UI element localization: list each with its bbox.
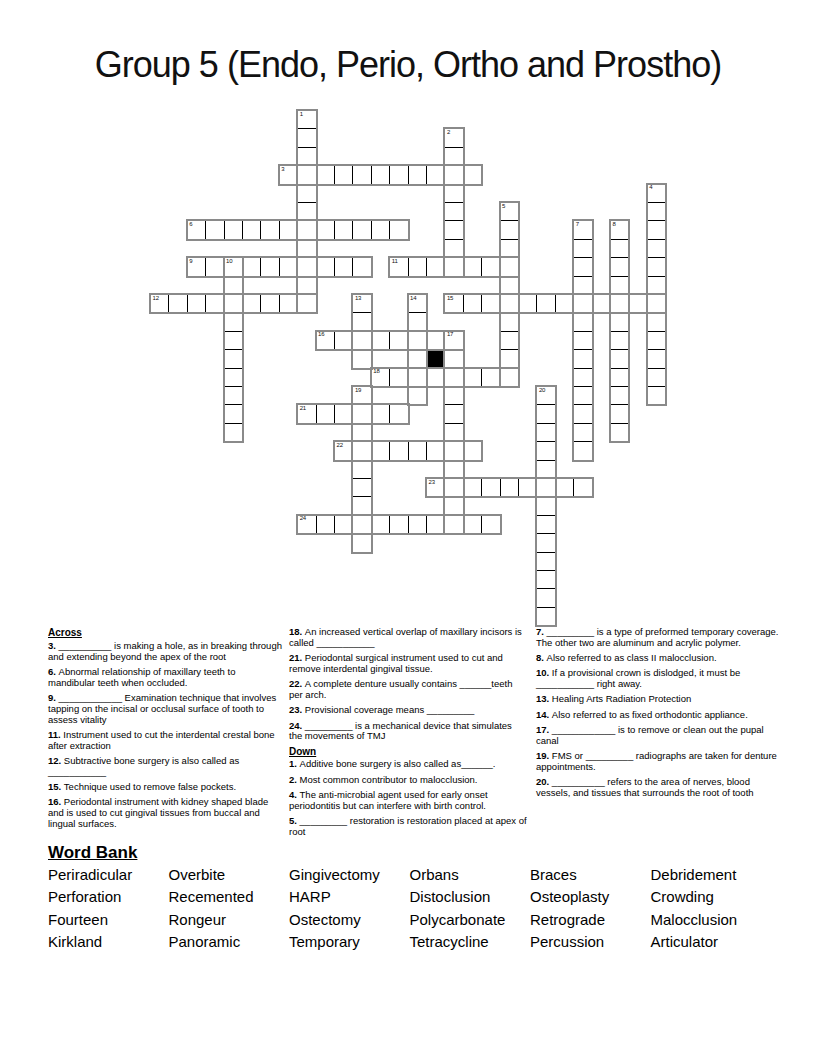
- word-bank-item: Fourteen: [48, 911, 169, 933]
- grid-cell[interactable]: [389, 368, 408, 387]
- grid-cell[interactable]: [573, 423, 592, 442]
- grid-cell[interactable]: [573, 386, 592, 405]
- grid-cell[interactable]: [444, 496, 463, 515]
- grid-cell[interactable]: [408, 312, 427, 331]
- grid-cell[interactable]: [352, 441, 371, 460]
- word-bank-item: HARP: [289, 888, 410, 910]
- grid-cell[interactable]: [426, 257, 445, 276]
- word-bank-item: Gingivectomy: [289, 866, 410, 888]
- clue-number-label: 24: [300, 515, 306, 522]
- grid-cell[interactable]: [316, 515, 335, 534]
- word-bank-item: Perforation: [48, 888, 169, 910]
- grid-cell[interactable]: [352, 533, 371, 552]
- clue-number-label: 15: [447, 295, 453, 302]
- grid-cell[interactable]: [647, 331, 666, 350]
- grid-cell[interactable]: [316, 404, 335, 423]
- blocked-cell: [426, 349, 445, 368]
- grid-cell[interactable]: [242, 257, 261, 276]
- grid-cell[interactable]: [536, 404, 555, 423]
- grid-cell[interactable]: [389, 441, 408, 460]
- grid-cell[interactable]: [573, 441, 592, 460]
- grid-cell[interactable]: [205, 220, 224, 239]
- grid-cell[interactable]: [444, 239, 463, 258]
- grid-cell[interactable]: [610, 276, 629, 295]
- grid-cell[interactable]: [500, 349, 519, 368]
- grid-cell[interactable]: [352, 423, 371, 442]
- grid-cell[interactable]: [573, 257, 592, 276]
- word-bank-item: Ostectomy: [289, 911, 410, 933]
- grid-cell[interactable]: [426, 368, 445, 387]
- word-bank-item: Orbans: [410, 866, 531, 888]
- clue-number-label: 5: [502, 203, 505, 210]
- clue-11: 11. Instrument used to cut the interdent…: [48, 730, 285, 752]
- grid-cell[interactable]: 3: [279, 165, 298, 184]
- clues-column-1: Across3. __________ is making a hole, as…: [48, 627, 285, 834]
- grid-cell[interactable]: [297, 202, 316, 221]
- grid-cell[interactable]: [610, 423, 629, 442]
- grid-cell[interactable]: [389, 165, 408, 184]
- grid-cell[interactable]: 16: [316, 331, 335, 350]
- clue-number-label: 3: [281, 166, 284, 173]
- grid-cell[interactable]: [389, 220, 408, 239]
- grid-cell[interactable]: [647, 386, 666, 405]
- grid-cell[interactable]: [573, 404, 592, 423]
- grid-cell[interactable]: [500, 257, 519, 276]
- grid-cell[interactable]: [352, 349, 371, 368]
- grid-cell[interactable]: [573, 349, 592, 368]
- grid-cell[interactable]: [205, 257, 224, 276]
- word-bank-item: Debridement: [651, 866, 772, 888]
- word-bank-item: Braces: [530, 866, 651, 888]
- grid-cell[interactable]: [352, 331, 371, 350]
- grid-cell[interactable]: [352, 257, 371, 276]
- grid-cell[interactable]: [444, 220, 463, 239]
- word-bank-item: Percussion: [530, 933, 651, 955]
- grid-cell[interactable]: [500, 276, 519, 295]
- word-bank-item: Rongeur: [169, 911, 290, 933]
- clue-13: 13. Healing Arts Radiation Protection: [536, 694, 781, 705]
- grid-cell[interactable]: [352, 312, 371, 331]
- grid-cell[interactable]: [500, 478, 519, 497]
- word-bank-item: Osteoplasty: [530, 888, 651, 910]
- clue-number-label: 14: [410, 295, 416, 302]
- grid-cell[interactable]: [647, 349, 666, 368]
- grid-cell[interactable]: 24: [297, 515, 316, 534]
- clue-15: 15. Technique used to remove false pocke…: [48, 782, 285, 793]
- clues-column-2: 18. An increased vertical overlap of max…: [289, 627, 527, 842]
- clue-number-label: 11: [392, 258, 398, 265]
- grid-cell[interactable]: [297, 147, 316, 166]
- clue-4: 4. The anti-microbial agent used for ear…: [289, 790, 527, 812]
- grid-cell[interactable]: [481, 257, 500, 276]
- grid-cell[interactable]: 13: [352, 294, 371, 313]
- grid-cell[interactable]: [297, 276, 316, 295]
- grid-cell[interactable]: [371, 441, 390, 460]
- grid-cell[interactable]: [463, 165, 482, 184]
- clue-number-label: 18: [373, 368, 379, 375]
- grid-cell[interactable]: [573, 239, 592, 258]
- grid-cell[interactable]: [224, 423, 243, 442]
- grid-cell[interactable]: [408, 368, 427, 387]
- grid-cell[interactable]: [352, 460, 371, 479]
- grid-cell[interactable]: [297, 184, 316, 203]
- grid-cell[interactable]: [352, 220, 371, 239]
- grid-cell[interactable]: [610, 312, 629, 331]
- clue-number-label: 23: [429, 479, 435, 486]
- grid-cell[interactable]: [647, 257, 666, 276]
- grid-cell[interactable]: [224, 220, 243, 239]
- grid-cell[interactable]: [408, 165, 427, 184]
- grid-cell[interactable]: [408, 257, 427, 276]
- grid-cell[interactable]: [536, 552, 555, 571]
- grid-cell[interactable]: 1: [297, 110, 316, 129]
- grid-cell[interactable]: [408, 515, 427, 534]
- clue-1: 1. Additive bone surgery is also called …: [289, 759, 527, 770]
- grid-cell[interactable]: [573, 312, 592, 331]
- grid-cell[interactable]: [297, 220, 316, 239]
- grid-cell[interactable]: 17: [444, 331, 463, 350]
- grid-cell[interactable]: [297, 128, 316, 147]
- grid-cell[interactable]: [444, 423, 463, 442]
- grid-cell[interactable]: [500, 294, 519, 313]
- grid-cell[interactable]: [297, 165, 316, 184]
- grid-cell[interactable]: [260, 220, 279, 239]
- grid-cell[interactable]: [334, 165, 353, 184]
- grid-cell[interactable]: [610, 331, 629, 350]
- clue-20: 20. __________ refers to the area of ner…: [536, 777, 781, 799]
- clue-22: 22. A complete denture usually contains …: [289, 679, 527, 701]
- grid-cell[interactable]: [481, 368, 500, 387]
- clue-12: 12. Subtractive bone surgery is also cal…: [48, 756, 285, 778]
- clue-8: 8. Also referred to as class II malocclu…: [536, 653, 781, 664]
- page-title: Group 5 (Endo, Perio, Ortho and Prostho): [0, 44, 816, 86]
- grid-cell[interactable]: 7: [573, 220, 592, 239]
- grid-cell[interactable]: [573, 294, 592, 313]
- grid-cell[interactable]: [592, 294, 611, 313]
- grid-cell[interactable]: [610, 349, 629, 368]
- grid-cell[interactable]: [463, 257, 482, 276]
- grid-cell[interactable]: [371, 515, 390, 534]
- grid-cell[interactable]: [536, 478, 555, 497]
- grid-cell[interactable]: [610, 386, 629, 405]
- grid-cell[interactable]: 2: [444, 128, 463, 147]
- clue-23: 23. Provisional coverage means _________: [289, 705, 527, 716]
- grid-cell[interactable]: [224, 276, 243, 295]
- grid-cell[interactable]: 4: [647, 184, 666, 203]
- grid-cell[interactable]: 11: [389, 257, 408, 276]
- grid-cell[interactable]: 20: [536, 386, 555, 405]
- grid-cell[interactable]: [426, 165, 445, 184]
- grid-cell[interactable]: [555, 294, 574, 313]
- grid-cell[interactable]: [536, 496, 555, 515]
- clue-3: 3. __________ is making a hole, as in br…: [48, 641, 285, 663]
- clue-number-label: 22: [337, 442, 343, 449]
- grid-cell[interactable]: [628, 294, 647, 313]
- grid-cell[interactable]: [224, 368, 243, 387]
- word-bank-item: Crowding: [651, 888, 772, 910]
- grid-cell[interactable]: [334, 220, 353, 239]
- clue-number-label: 8: [613, 221, 616, 228]
- word-bank-item: Kirkland: [48, 933, 169, 955]
- grid-cell[interactable]: [242, 220, 261, 239]
- grid-cell[interactable]: [610, 404, 629, 423]
- grid-cell[interactable]: [444, 165, 463, 184]
- grid-cell[interactable]: [316, 165, 335, 184]
- grid-cell[interactable]: [426, 331, 445, 350]
- clue-number-label: 4: [649, 184, 652, 191]
- clue-24: 24. _________ is a mechanical device tha…: [289, 721, 527, 743]
- grid-cell[interactable]: [224, 312, 243, 331]
- word-bank-list: PeriradicularPerforationFourteenKirkland…: [48, 866, 771, 956]
- word-bank-title: Word Bank: [48, 843, 137, 863]
- grid-cell[interactable]: [500, 220, 519, 239]
- grid-cell[interactable]: [426, 441, 445, 460]
- grid-cell[interactable]: [371, 331, 390, 350]
- grid-cell[interactable]: [573, 478, 592, 497]
- clue-number-label: 12: [153, 295, 159, 302]
- across-header: Across: [48, 628, 285, 639]
- grid-cell[interactable]: [279, 294, 298, 313]
- grid-cell[interactable]: [224, 294, 243, 313]
- grid-cell[interactable]: [334, 404, 353, 423]
- clue-number-label: 16: [318, 331, 324, 338]
- grid-cell[interactable]: [444, 147, 463, 166]
- grid-cell[interactable]: [463, 478, 482, 497]
- grid-cell[interactable]: [500, 312, 519, 331]
- clue-number-label: 20: [539, 387, 545, 394]
- clues-column-3: 7. _________ is a type of preformed temp…: [536, 627, 781, 803]
- grid-cell[interactable]: [463, 441, 482, 460]
- grid-cell[interactable]: [463, 368, 482, 387]
- word-bank-item: Tetracycline: [410, 933, 531, 955]
- grid-cell[interactable]: [408, 386, 427, 405]
- grid-cell[interactable]: [536, 533, 555, 552]
- grid-cell[interactable]: [297, 294, 316, 313]
- word-bank-item: Panoramic: [169, 933, 290, 955]
- clue-number-label: 19: [355, 387, 361, 394]
- grid-cell[interactable]: [536, 294, 555, 313]
- grid-cell[interactable]: [536, 570, 555, 589]
- clue-18: 18. An increased vertical overlap of max…: [289, 627, 527, 649]
- grid-cell[interactable]: [389, 331, 408, 350]
- grid-cell[interactable]: [518, 478, 537, 497]
- grid-cell[interactable]: [481, 294, 500, 313]
- grid-cell[interactable]: [316, 220, 335, 239]
- clue-21: 21. Periodontal surgical instrument used…: [289, 653, 527, 675]
- grid-cell[interactable]: [647, 312, 666, 331]
- clue-number-label: 9: [189, 258, 192, 265]
- word-bank-item: Periradicular: [48, 866, 169, 888]
- grid-cell[interactable]: [352, 165, 371, 184]
- word-bank-item: Temporary: [289, 933, 410, 955]
- grid-cell[interactable]: [500, 331, 519, 350]
- grid-cell[interactable]: [371, 404, 390, 423]
- grid-cell[interactable]: [444, 515, 463, 534]
- grid-cell[interactable]: 21: [297, 404, 316, 423]
- word-bank-item: Distoclusion: [410, 888, 531, 910]
- grid-cell[interactable]: [647, 220, 666, 239]
- grid-cell[interactable]: [647, 294, 666, 313]
- grid-cell[interactable]: [500, 368, 519, 387]
- grid-cell[interactable]: [260, 294, 279, 313]
- grid-cell[interactable]: [500, 239, 519, 258]
- grid-cell[interactable]: 15: [444, 294, 463, 313]
- grid-cell[interactable]: [297, 257, 316, 276]
- grid-cell[interactable]: [444, 386, 463, 405]
- clue-number-label: 13: [355, 295, 361, 302]
- grid-cell[interactable]: [536, 441, 555, 460]
- grid-cell[interactable]: [371, 165, 390, 184]
- grid-cell[interactable]: [334, 331, 353, 350]
- grid-cell[interactable]: [481, 515, 500, 534]
- grid-cell[interactable]: [408, 331, 427, 350]
- grid-cell[interactable]: [647, 276, 666, 295]
- grid-cell[interactable]: 18: [371, 368, 390, 387]
- grid-cell[interactable]: [647, 239, 666, 258]
- crossword-grid: 123456789101112131415161718192021222324: [150, 110, 667, 627]
- grid-cell[interactable]: [610, 368, 629, 387]
- grid-cell[interactable]: [224, 404, 243, 423]
- word-bank-item: Articulator: [651, 933, 772, 955]
- grid-cell[interactable]: 10: [224, 257, 243, 276]
- grid-cell[interactable]: [555, 478, 574, 497]
- grid-cell[interactable]: [573, 276, 592, 295]
- grid-cell[interactable]: [444, 184, 463, 203]
- clue-16: 16. Periodontal instrument with kidney s…: [48, 797, 285, 829]
- clue-7: 7. _________ is a type of preformed temp…: [536, 627, 781, 649]
- grid-cell[interactable]: [334, 257, 353, 276]
- grid-cell[interactable]: 8: [610, 220, 629, 239]
- grid-cell[interactable]: [463, 294, 482, 313]
- grid-cell[interactable]: [408, 349, 427, 368]
- grid-cell[interactable]: [444, 349, 463, 368]
- grid-cell[interactable]: 19: [352, 386, 371, 405]
- grid-cell[interactable]: [444, 368, 463, 387]
- grid-cell[interactable]: [205, 294, 224, 313]
- grid-cell[interactable]: [573, 368, 592, 387]
- grid-cell[interactable]: 9: [187, 257, 206, 276]
- word-bank-item: Recemented: [169, 888, 290, 910]
- grid-cell[interactable]: [536, 607, 555, 626]
- grid-cell[interactable]: 22: [334, 441, 353, 460]
- grid-cell[interactable]: [168, 294, 187, 313]
- grid-cell[interactable]: [426, 515, 445, 534]
- grid-cell[interactable]: [389, 404, 408, 423]
- word-bank-item: Overbite: [169, 866, 290, 888]
- clue-6: 6. Abnormal relationship of maxillary te…: [48, 667, 285, 689]
- grid-cell[interactable]: [444, 404, 463, 423]
- grid-cell[interactable]: [610, 239, 629, 258]
- grid-cell[interactable]: [610, 257, 629, 276]
- grid-cell[interactable]: [352, 515, 371, 534]
- grid-cell[interactable]: [536, 460, 555, 479]
- grid-cell[interactable]: [518, 294, 537, 313]
- grid-cell[interactable]: [279, 257, 298, 276]
- grid-cell[interactable]: [352, 404, 371, 423]
- grid-cell[interactable]: [352, 496, 371, 515]
- grid-cell[interactable]: [408, 441, 427, 460]
- grid-cell[interactable]: [224, 331, 243, 350]
- clue-number-label: 1: [300, 111, 303, 118]
- word-bank-item: Retrograde: [530, 911, 651, 933]
- grid-cell[interactable]: 12: [150, 294, 169, 313]
- grid-cell[interactable]: [536, 515, 555, 534]
- clue-number-label: 17: [447, 331, 453, 338]
- clue-19: 19. FMS or _________ radiographs are tak…: [536, 751, 781, 773]
- grid-cell[interactable]: [573, 331, 592, 350]
- grid-cell[interactable]: [187, 294, 206, 313]
- grid-cell[interactable]: [224, 349, 243, 368]
- grid-cell[interactable]: [536, 588, 555, 607]
- clue-5: 5. _________ restoration is restoration …: [289, 816, 527, 838]
- grid-cell[interactable]: [444, 441, 463, 460]
- grid-cell[interactable]: [647, 368, 666, 387]
- grid-cell[interactable]: [610, 294, 629, 313]
- grid-cell[interactable]: [481, 478, 500, 497]
- down-header: Down: [289, 747, 527, 758]
- clue-number-label: 2: [447, 129, 450, 136]
- word-bank-item: Polycarbonate: [410, 911, 531, 933]
- clue-14: 14. Also referred to as fixed orthodonti…: [536, 710, 781, 721]
- grid-cell[interactable]: [352, 478, 371, 497]
- grid-cell[interactable]: [647, 202, 666, 221]
- grid-cell[interactable]: [389, 515, 408, 534]
- grid-cell[interactable]: 6: [187, 220, 206, 239]
- grid-cell[interactable]: [444, 257, 463, 276]
- grid-cell[interactable]: [297, 239, 316, 258]
- grid-cell[interactable]: [279, 220, 298, 239]
- grid-cell[interactable]: [444, 202, 463, 221]
- grid-cell[interactable]: 23: [426, 478, 445, 497]
- grid-cell[interactable]: [316, 257, 335, 276]
- grid-cell[interactable]: [260, 257, 279, 276]
- grid-cell[interactable]: [371, 220, 390, 239]
- grid-cell[interactable]: [463, 515, 482, 534]
- clue-number-label: 10: [226, 258, 232, 265]
- grid-cell[interactable]: [444, 460, 463, 479]
- grid-cell[interactable]: [242, 294, 261, 313]
- grid-cell[interactable]: [536, 423, 555, 442]
- clue-17: 17. ____________ is to remove or clean o…: [536, 725, 781, 747]
- grid-cell[interactable]: 5: [500, 202, 519, 221]
- grid-cell[interactable]: [334, 515, 353, 534]
- clue-number-label: 6: [189, 221, 192, 228]
- grid-cell[interactable]: [224, 386, 243, 405]
- grid-cell[interactable]: 14: [408, 294, 427, 313]
- clue-number-label: 7: [576, 221, 579, 228]
- grid-cell[interactable]: [444, 478, 463, 497]
- word-bank-item: Malocclusion: [651, 911, 772, 933]
- clue-number-label: 21: [300, 405, 306, 412]
- clue-10: 10. If a provisional crown is dislodged,…: [536, 668, 781, 690]
- clue-2: 2. Most common contributor to malocclusi…: [289, 775, 527, 786]
- clue-9: 9. ____________ Examination technique th…: [48, 693, 285, 725]
